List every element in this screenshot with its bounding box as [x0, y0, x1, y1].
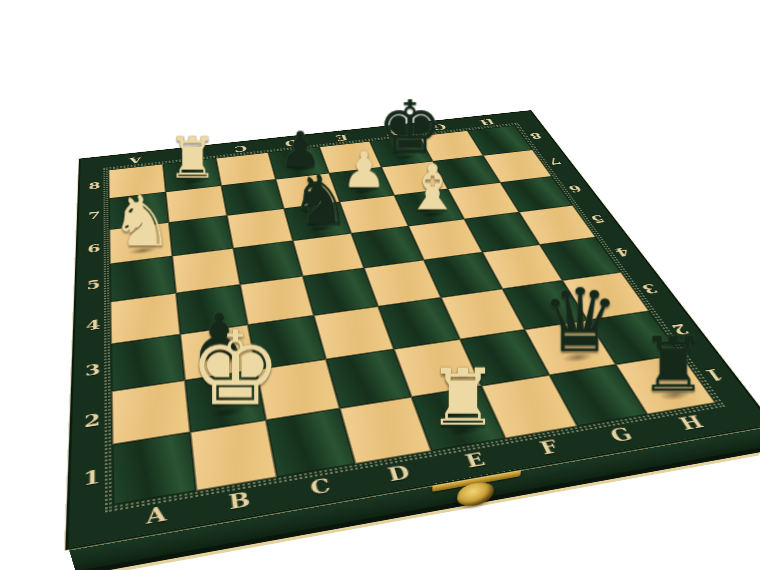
black-rook-h1: ♜: [637, 327, 710, 402]
board-square-a4: [110, 293, 180, 344]
board-square-d3: [314, 306, 394, 359]
board-square-a3: [111, 334, 185, 391]
piece-cell-e1: ♜: [412, 386, 506, 451]
board-square-b5: [172, 248, 240, 293]
board-square-e3: [378, 298, 460, 350]
left-rank-label-6: 6: [77, 230, 110, 268]
white-rook-e1: ♜: [425, 359, 501, 438]
left-rank-label-1: 1: [69, 444, 113, 512]
left-rank-label-4: 4: [75, 302, 111, 349]
board-square-a5: [110, 256, 176, 302]
board-square-f3: [441, 289, 525, 339]
left-rank-label-7: 7: [78, 198, 109, 233]
board-square-a2: [112, 380, 191, 444]
left-rank-label-5: 5: [76, 264, 110, 307]
left-rank-label-8: 8: [79, 170, 109, 202]
board-square-a1: [112, 432, 196, 505]
left-rank-label-3: 3: [73, 344, 112, 397]
white-king-b2: ♚: [189, 317, 263, 420]
black-queen-g2: ♛: [541, 277, 611, 365]
left-rank-label-2: 2: [71, 391, 112, 451]
board-square-c5: [233, 241, 303, 285]
board-square-d2: [326, 349, 411, 408]
board-square-d4: [303, 268, 378, 315]
